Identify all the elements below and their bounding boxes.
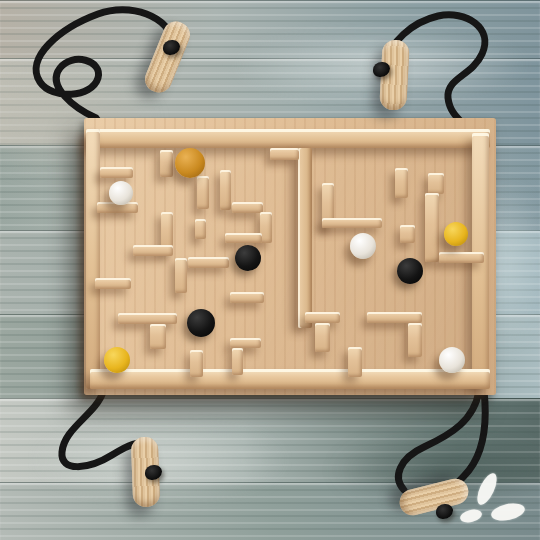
board-wood-grain: [84, 118, 496, 395]
photo-canvas: [0, 0, 540, 540]
wood-grain: [0, 1, 540, 59]
wood-grain: [0, 399, 540, 483]
wood-grain: [0, 483, 540, 540]
background-plank: [0, 482, 540, 540]
background-plank: [0, 0, 540, 59]
background-plank: [0, 398, 540, 483]
labyrinth-board: [84, 118, 496, 395]
